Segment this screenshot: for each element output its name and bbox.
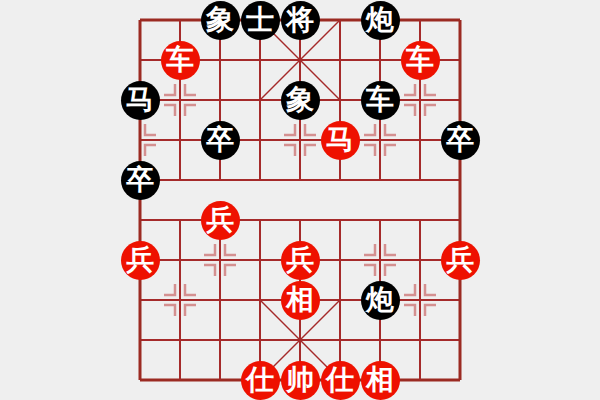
piece-red-soldier[interactable]: 兵 bbox=[201, 201, 240, 240]
piece-red-elephant[interactable]: 相 bbox=[361, 361, 400, 400]
piece-red-elephant[interactable]: 相 bbox=[281, 281, 320, 320]
piece-black-advisor[interactable]: 士 bbox=[241, 1, 280, 40]
piece-red-advisor[interactable]: 仕 bbox=[321, 361, 360, 400]
piece-black-soldier[interactable]: 卒 bbox=[201, 121, 240, 160]
piece-black-general[interactable]: 将 bbox=[281, 1, 320, 40]
piece-black-soldier[interactable]: 卒 bbox=[121, 161, 160, 200]
piece-black-elephant[interactable]: 象 bbox=[281, 81, 320, 120]
piece-black-elephant[interactable]: 象 bbox=[201, 1, 240, 40]
piece-black-cannon[interactable]: 炮 bbox=[361, 1, 400, 40]
piece-red-soldier[interactable]: 兵 bbox=[281, 241, 320, 280]
piece-black-soldier[interactable]: 卒 bbox=[441, 121, 480, 160]
piece-black-cannon[interactable]: 炮 bbox=[361, 281, 400, 320]
piece-red-advisor[interactable]: 仕 bbox=[241, 361, 280, 400]
piece-black-rook[interactable]: 车 bbox=[361, 81, 400, 120]
piece-red-soldier[interactable]: 兵 bbox=[441, 241, 480, 280]
xiangqi-board: 象士将炮车车马象车卒马卒卒兵兵兵兵相炮仕帅仕相 bbox=[0, 0, 600, 400]
piece-red-rook[interactable]: 车 bbox=[401, 41, 440, 80]
piece-red-horse[interactable]: 马 bbox=[321, 121, 360, 160]
board-grid[interactable]: 象士将炮车车马象车卒马卒卒兵兵兵兵相炮仕帅仕相 bbox=[120, 0, 480, 400]
piece-red-soldier[interactable]: 兵 bbox=[121, 241, 160, 280]
piece-red-rook[interactable]: 车 bbox=[161, 41, 200, 80]
piece-red-general[interactable]: 帅 bbox=[281, 361, 320, 400]
piece-black-horse[interactable]: 马 bbox=[121, 81, 160, 120]
